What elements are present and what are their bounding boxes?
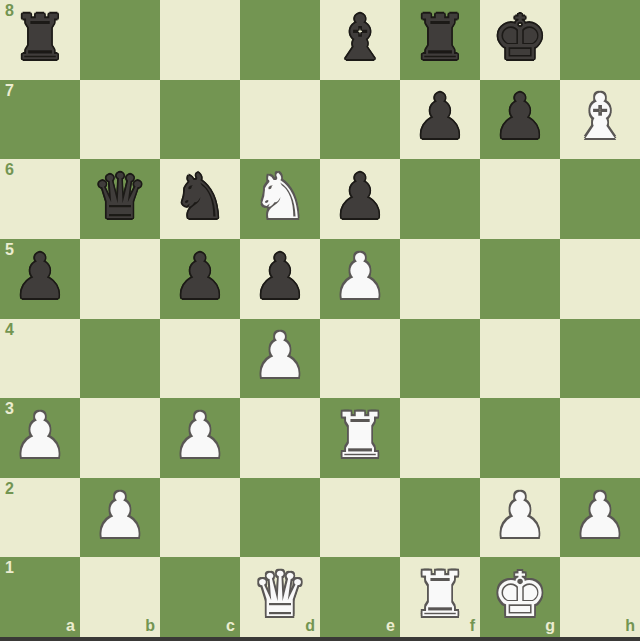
file-label-b: b xyxy=(145,618,155,634)
piece-black-king[interactable]: ♚ xyxy=(492,7,548,69)
piece-white-pawn[interactable]: ♟ xyxy=(332,246,388,308)
piece-black-rook[interactable]: ♜ xyxy=(412,7,468,69)
square-g7[interactable]: ♟ xyxy=(480,80,560,160)
rank-label-7: 7 xyxy=(5,83,14,99)
piece-white-queen[interactable]: ♛ xyxy=(252,564,308,626)
square-f4[interactable] xyxy=(400,319,480,399)
bottom-edge-bar xyxy=(0,637,640,641)
square-e8[interactable]: ♝ xyxy=(320,0,400,80)
rank-label-1: 1 xyxy=(5,560,14,576)
square-a3[interactable]: 3♟ xyxy=(0,398,80,478)
piece-white-pawn[interactable]: ♟ xyxy=(172,405,228,467)
square-f3[interactable] xyxy=(400,398,480,478)
square-d7[interactable] xyxy=(240,80,320,160)
square-d2[interactable] xyxy=(240,478,320,558)
piece-black-knight[interactable]: ♞ xyxy=(172,166,228,228)
square-b5[interactable] xyxy=(80,239,160,319)
square-h8[interactable] xyxy=(560,0,640,80)
square-e5[interactable]: ♟ xyxy=(320,239,400,319)
chess-app-screen: 8♜♝♜♚7♟♟♝6♛♞♞♟5♟♟♟♟4♟3♟♟♜2♟♟♟1abcd♛ef♜g♚… xyxy=(0,0,640,641)
piece-black-pawn[interactable]: ♟ xyxy=(492,86,548,148)
square-h7[interactable]: ♝ xyxy=(560,80,640,160)
piece-black-pawn[interactable]: ♟ xyxy=(12,246,68,308)
square-b6[interactable]: ♛ xyxy=(80,159,160,239)
square-e3[interactable]: ♜ xyxy=(320,398,400,478)
square-g2[interactable]: ♟ xyxy=(480,478,560,558)
piece-black-pawn[interactable]: ♟ xyxy=(252,246,308,308)
square-d8[interactable] xyxy=(240,0,320,80)
square-a2[interactable]: 2 xyxy=(0,478,80,558)
square-a8[interactable]: 8♜ xyxy=(0,0,80,80)
file-label-c: c xyxy=(226,618,235,634)
piece-white-pawn[interactable]: ♟ xyxy=(572,485,628,547)
square-f2[interactable] xyxy=(400,478,480,558)
square-c1[interactable]: c xyxy=(160,557,240,637)
rank-label-4: 4 xyxy=(5,322,14,338)
square-f1[interactable]: f♜ xyxy=(400,557,480,637)
square-h3[interactable] xyxy=(560,398,640,478)
square-a5[interactable]: 5♟ xyxy=(0,239,80,319)
square-f8[interactable]: ♜ xyxy=(400,0,480,80)
square-e6[interactable]: ♟ xyxy=(320,159,400,239)
square-b4[interactable] xyxy=(80,319,160,399)
square-b2[interactable]: ♟ xyxy=(80,478,160,558)
piece-white-pawn[interactable]: ♟ xyxy=(12,405,68,467)
square-a4[interactable]: 4 xyxy=(0,319,80,399)
piece-black-queen[interactable]: ♛ xyxy=(92,166,148,228)
square-c2[interactable] xyxy=(160,478,240,558)
square-b8[interactable] xyxy=(80,0,160,80)
square-d4[interactable]: ♟ xyxy=(240,319,320,399)
square-c4[interactable] xyxy=(160,319,240,399)
chess-board: 8♜♝♜♚7♟♟♝6♛♞♞♟5♟♟♟♟4♟3♟♟♜2♟♟♟1abcd♛ef♜g♚… xyxy=(0,0,640,637)
square-h4[interactable] xyxy=(560,319,640,399)
square-b7[interactable] xyxy=(80,80,160,160)
square-g1[interactable]: g♚ xyxy=(480,557,560,637)
rank-label-6: 6 xyxy=(5,162,14,178)
square-d6[interactable]: ♞ xyxy=(240,159,320,239)
square-h6[interactable] xyxy=(560,159,640,239)
square-c6[interactable]: ♞ xyxy=(160,159,240,239)
square-c5[interactable]: ♟ xyxy=(160,239,240,319)
square-e7[interactable] xyxy=(320,80,400,160)
square-e2[interactable] xyxy=(320,478,400,558)
file-label-a: a xyxy=(66,618,75,634)
square-e1[interactable]: e xyxy=(320,557,400,637)
file-label-h: h xyxy=(625,618,635,634)
piece-white-rook[interactable]: ♜ xyxy=(332,405,388,467)
square-d5[interactable]: ♟ xyxy=(240,239,320,319)
square-c8[interactable] xyxy=(160,0,240,80)
square-f6[interactable] xyxy=(400,159,480,239)
piece-black-pawn[interactable]: ♟ xyxy=(332,166,388,228)
square-e4[interactable] xyxy=(320,319,400,399)
square-a7[interactable]: 7 xyxy=(0,80,80,160)
file-label-e: e xyxy=(386,618,395,634)
square-c3[interactable]: ♟ xyxy=(160,398,240,478)
square-b3[interactable] xyxy=(80,398,160,478)
square-b1[interactable]: b xyxy=(80,557,160,637)
square-g6[interactable] xyxy=(480,159,560,239)
square-a1[interactable]: 1a xyxy=(0,557,80,637)
piece-white-bishop[interactable]: ♝ xyxy=(572,86,628,148)
piece-black-bishop[interactable]: ♝ xyxy=(332,7,388,69)
piece-white-pawn[interactable]: ♟ xyxy=(492,485,548,547)
square-g3[interactable] xyxy=(480,398,560,478)
square-c7[interactable] xyxy=(160,80,240,160)
square-g8[interactable]: ♚ xyxy=(480,0,560,80)
file-label-f: f xyxy=(470,618,475,634)
piece-white-pawn[interactable]: ♟ xyxy=(252,325,308,387)
square-d3[interactable] xyxy=(240,398,320,478)
piece-white-rook[interactable]: ♜ xyxy=(412,564,468,626)
square-g4[interactable] xyxy=(480,319,560,399)
square-d1[interactable]: d♛ xyxy=(240,557,320,637)
rank-label-2: 2 xyxy=(5,481,14,497)
piece-white-pawn[interactable]: ♟ xyxy=(92,485,148,547)
piece-white-knight[interactable]: ♞ xyxy=(252,166,308,228)
piece-white-king[interactable]: ♚ xyxy=(492,564,548,626)
piece-black-pawn[interactable]: ♟ xyxy=(412,86,468,148)
square-f7[interactable]: ♟ xyxy=(400,80,480,160)
square-g5[interactable] xyxy=(480,239,560,319)
square-a6[interactable]: 6 xyxy=(0,159,80,239)
square-h2[interactable]: ♟ xyxy=(560,478,640,558)
piece-black-rook[interactable]: ♜ xyxy=(12,7,68,69)
piece-black-pawn[interactable]: ♟ xyxy=(172,246,228,308)
square-h1[interactable]: h xyxy=(560,557,640,637)
square-f5[interactable] xyxy=(400,239,480,319)
square-h5[interactable] xyxy=(560,239,640,319)
